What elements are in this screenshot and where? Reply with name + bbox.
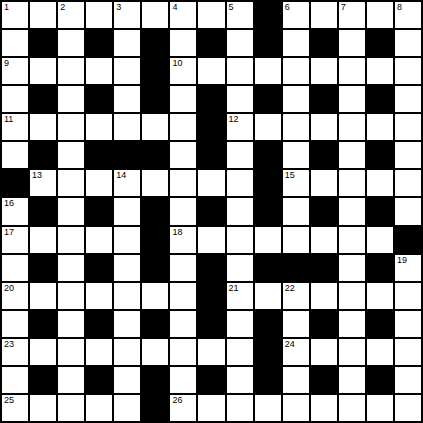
clue-number-20: 20 [4, 283, 14, 294]
white-cell-r9c7[interactable]: 18 [170, 227, 196, 253]
black-cell-r10c12 [311, 255, 337, 281]
white-cell-r9c14[interactable] [367, 227, 393, 253]
white-cell-r6c7[interactable] [170, 142, 196, 168]
white-cell-r13c14[interactable] [367, 339, 393, 365]
white-cell-r13c13[interactable] [339, 339, 365, 365]
black-cell-r10c8 [198, 255, 224, 281]
white-cell-r3c15[interactable] [395, 58, 421, 84]
white-cell-r5c6[interactable] [142, 114, 168, 140]
clue-number-22: 22 [285, 283, 295, 294]
black-cell-r10c6 [142, 255, 168, 281]
white-cell-r9c11[interactable] [283, 227, 309, 253]
white-cell-r3c5[interactable] [114, 58, 140, 84]
white-cell-r3c4[interactable] [86, 58, 112, 84]
clue-number-6: 6 [285, 2, 290, 13]
white-cell-r11c10[interactable] [255, 283, 281, 309]
white-cell-r5c3[interactable] [58, 114, 84, 140]
white-cell-r15c4[interactable] [86, 395, 112, 421]
white-cell-r15c7[interactable]: 26 [170, 395, 196, 421]
white-cell-r1c9[interactable]: 5 [227, 2, 253, 28]
white-cell-r10c13[interactable] [339, 255, 365, 281]
white-cell-r10c7[interactable] [170, 255, 196, 281]
black-cell-r8c2 [30, 198, 56, 224]
white-cell-r1c7[interactable]: 4 [170, 2, 196, 28]
white-cell-r11c15[interactable] [395, 283, 421, 309]
white-cell-r14c5[interactable] [114, 367, 140, 393]
white-cell-r14c3[interactable] [58, 367, 84, 393]
white-cell-r8c9[interactable] [227, 198, 253, 224]
white-cell-r10c5[interactable] [114, 255, 140, 281]
white-cell-r13c8[interactable] [198, 339, 224, 365]
white-cell-r4c15[interactable] [395, 86, 421, 112]
white-cell-r6c1[interactable] [2, 142, 28, 168]
black-cell-r12c12 [311, 311, 337, 337]
white-cell-r6c3[interactable] [58, 142, 84, 168]
clue-number-1: 1 [4, 2, 9, 13]
white-cell-r10c15[interactable]: 19 [395, 255, 421, 281]
white-cell-r5c15[interactable] [395, 114, 421, 140]
white-cell-r4c7[interactable] [170, 86, 196, 112]
clue-number-3: 3 [116, 2, 121, 13]
white-cell-r7c8[interactable] [198, 170, 224, 196]
white-cell-r15c14[interactable] [367, 395, 393, 421]
black-cell-r2c12 [311, 30, 337, 56]
white-cell-r15c5[interactable] [114, 395, 140, 421]
white-cell-r10c9[interactable] [227, 255, 253, 281]
white-cell-r5c7[interactable] [170, 114, 196, 140]
white-cell-r4c3[interactable] [58, 86, 84, 112]
black-cell-r14c10 [255, 367, 281, 393]
white-cell-r14c13[interactable] [339, 367, 365, 393]
white-cell-r5c11[interactable] [283, 114, 309, 140]
black-cell-r14c4 [86, 367, 112, 393]
clue-number-11: 11 [4, 114, 13, 125]
white-cell-r3c11[interactable] [283, 58, 309, 84]
white-cell-r11c4[interactable] [86, 283, 112, 309]
white-cell-r7c14[interactable] [367, 170, 393, 196]
black-cell-r10c4 [86, 255, 112, 281]
white-cell-r6c13[interactable] [339, 142, 365, 168]
white-cell-r15c13[interactable] [339, 395, 365, 421]
white-cell-r5c5[interactable] [114, 114, 140, 140]
white-cell-r13c2[interactable] [30, 339, 56, 365]
clue-number-8: 8 [397, 2, 402, 13]
white-cell-r12c1[interactable] [2, 311, 28, 337]
white-cell-r14c11[interactable] [283, 367, 309, 393]
white-cell-r1c15[interactable]: 8 [395, 2, 421, 28]
white-cell-r9c5[interactable] [114, 227, 140, 253]
black-cell-r4c2 [30, 86, 56, 112]
white-cell-r2c7[interactable] [170, 30, 196, 56]
white-cell-r7c9[interactable] [227, 170, 253, 196]
black-cell-r14c6 [142, 367, 168, 393]
black-cell-r2c8 [198, 30, 224, 56]
white-cell-r4c11[interactable] [283, 86, 309, 112]
black-cell-r6c4 [86, 142, 112, 168]
white-cell-r1c11[interactable]: 6 [283, 2, 309, 28]
black-cell-r3c6 [142, 58, 168, 84]
clue-number-17: 17 [4, 227, 14, 238]
black-cell-r12c8 [198, 311, 224, 337]
black-cell-r10c11 [283, 255, 309, 281]
white-cell-r5c1[interactable]: 11 [2, 114, 28, 140]
black-cell-r7c1 [2, 170, 28, 196]
black-cell-r12c6 [142, 311, 168, 337]
white-cell-r12c15[interactable] [395, 311, 421, 337]
white-cell-r7c2[interactable]: 13 [30, 170, 56, 196]
white-cell-r1c14[interactable] [367, 2, 393, 28]
black-cell-r8c14 [367, 198, 393, 224]
white-cell-r6c15[interactable] [395, 142, 421, 168]
white-cell-r5c2[interactable] [30, 114, 56, 140]
white-cell-r1c1[interactable]: 1 [2, 2, 28, 28]
clue-number-24: 24 [285, 339, 295, 350]
black-cell-r4c6 [142, 86, 168, 112]
white-cell-r15c9[interactable] [227, 395, 253, 421]
white-cell-r2c15[interactable] [395, 30, 421, 56]
white-cell-r7c15[interactable] [395, 170, 421, 196]
white-cell-r13c11[interactable]: 24 [283, 339, 309, 365]
white-cell-r13c6[interactable] [142, 339, 168, 365]
black-cell-r6c6 [142, 142, 168, 168]
black-cell-r2c4 [86, 30, 112, 56]
white-cell-r11c1[interactable]: 20 [2, 283, 28, 309]
clue-number-26: 26 [172, 395, 182, 406]
white-cell-r15c15[interactable] [395, 395, 421, 421]
black-cell-r12c2 [30, 311, 56, 337]
black-cell-r14c12 [311, 367, 337, 393]
black-cell-r8c8 [198, 198, 224, 224]
white-cell-r6c11[interactable] [283, 142, 309, 168]
clue-number-4: 4 [172, 2, 177, 13]
white-cell-r1c2[interactable] [30, 2, 56, 28]
white-cell-r14c9[interactable] [227, 367, 253, 393]
white-cell-r10c3[interactable] [58, 255, 84, 281]
white-cell-r13c5[interactable] [114, 339, 140, 365]
clue-number-25: 25 [4, 395, 14, 406]
white-cell-r9c4[interactable] [86, 227, 112, 253]
clue-number-16: 16 [4, 198, 14, 209]
white-cell-r9c13[interactable] [339, 227, 365, 253]
clue-number-21: 21 [229, 283, 239, 294]
clue-number-14: 14 [116, 170, 126, 181]
black-cell-r10c14 [367, 255, 393, 281]
white-cell-r9c3[interactable] [58, 227, 84, 253]
white-cell-r5c4[interactable] [86, 114, 112, 140]
white-cell-r3c10[interactable] [255, 58, 281, 84]
white-cell-r9c9[interactable] [227, 227, 253, 253]
black-cell-r12c14 [367, 311, 393, 337]
white-cell-r7c13[interactable] [339, 170, 365, 196]
white-cell-r3c8[interactable] [198, 58, 224, 84]
clue-number-23: 23 [4, 339, 14, 350]
white-cell-r11c7[interactable] [170, 283, 196, 309]
black-cell-r5c8 [198, 114, 224, 140]
white-cell-r4c9[interactable] [227, 86, 253, 112]
white-cell-r11c11[interactable]: 22 [283, 283, 309, 309]
black-cell-r4c12 [311, 86, 337, 112]
clue-number-19: 19 [397, 255, 407, 266]
white-cell-r1c5[interactable]: 3 [114, 2, 140, 28]
white-cell-r1c12[interactable] [311, 2, 337, 28]
clue-number-10: 10 [172, 58, 182, 69]
black-cell-r2c10 [255, 30, 281, 56]
white-cell-r3c9[interactable] [227, 58, 253, 84]
white-cell-r7c7[interactable] [170, 170, 196, 196]
black-cell-r8c6 [142, 198, 168, 224]
white-cell-r4c1[interactable] [2, 86, 28, 112]
white-cell-r11c13[interactable] [339, 283, 365, 309]
white-cell-r7c3[interactable] [58, 170, 84, 196]
white-cell-r7c12[interactable] [311, 170, 337, 196]
clue-number-13: 13 [32, 170, 42, 181]
black-cell-r10c10 [255, 255, 281, 281]
black-cell-r14c14 [367, 367, 393, 393]
white-cell-r12c7[interactable] [170, 311, 196, 337]
white-cell-r15c10[interactable] [255, 395, 281, 421]
black-cell-r10c2 [30, 255, 56, 281]
white-cell-r12c13[interactable] [339, 311, 365, 337]
white-cell-r1c4[interactable] [86, 2, 112, 28]
white-cell-r1c13[interactable]: 7 [339, 2, 365, 28]
white-cell-r6c9[interactable] [227, 142, 253, 168]
black-cell-r12c10 [255, 311, 281, 337]
black-cell-r6c12 [311, 142, 337, 168]
black-cell-r9c15 [395, 227, 421, 253]
white-cell-r1c8[interactable] [198, 2, 224, 28]
white-cell-r2c3[interactable] [58, 30, 84, 56]
black-cell-r4c14 [367, 86, 393, 112]
white-cell-r8c7[interactable] [170, 198, 196, 224]
white-cell-r13c7[interactable] [170, 339, 196, 365]
black-cell-r14c2 [30, 367, 56, 393]
white-cell-r9c1[interactable]: 17 [2, 227, 28, 253]
white-cell-r13c9[interactable] [227, 339, 253, 365]
white-cell-r4c13[interactable] [339, 86, 365, 112]
white-cell-r5c13[interactable] [339, 114, 365, 140]
clue-number-7: 7 [341, 2, 346, 13]
white-cell-r3c12[interactable] [311, 58, 337, 84]
white-cell-r2c5[interactable] [114, 30, 140, 56]
black-cell-r2c14 [367, 30, 393, 56]
white-cell-r1c3[interactable]: 2 [58, 2, 84, 28]
white-cell-r3c3[interactable] [58, 58, 84, 84]
clue-number-18: 18 [172, 227, 182, 238]
white-cell-r15c11[interactable] [283, 395, 309, 421]
black-cell-r9c6 [142, 227, 168, 253]
black-cell-r8c10 [255, 198, 281, 224]
white-cell-r12c9[interactable] [227, 311, 253, 337]
white-cell-r11c14[interactable] [367, 283, 393, 309]
white-cell-r8c11[interactable] [283, 198, 309, 224]
black-cell-r11c8 [198, 283, 224, 309]
white-cell-r12c5[interactable] [114, 311, 140, 337]
black-cell-r6c2 [30, 142, 56, 168]
white-cell-r3c14[interactable] [367, 58, 393, 84]
white-cell-r12c3[interactable] [58, 311, 84, 337]
white-cell-r13c1[interactable]: 23 [2, 339, 28, 365]
white-cell-r13c4[interactable] [86, 339, 112, 365]
white-cell-r5c12[interactable] [311, 114, 337, 140]
white-cell-r15c8[interactable] [198, 395, 224, 421]
black-cell-r7c10 [255, 170, 281, 196]
white-cell-r15c12[interactable] [311, 395, 337, 421]
white-cell-r7c11[interactable]: 15 [283, 170, 309, 196]
black-cell-r15c6 [142, 395, 168, 421]
white-cell-r11c3[interactable] [58, 283, 84, 309]
white-cell-r8c1[interactable]: 16 [2, 198, 28, 224]
white-cell-r14c15[interactable] [395, 367, 421, 393]
white-cell-r13c3[interactable] [58, 339, 84, 365]
white-cell-r8c5[interactable] [114, 198, 140, 224]
white-cell-r5c9[interactable]: 12 [227, 114, 253, 140]
white-cell-r2c9[interactable] [227, 30, 253, 56]
clue-number-9: 9 [4, 58, 9, 69]
black-cell-r4c10 [255, 86, 281, 112]
white-cell-r7c6[interactable] [142, 170, 168, 196]
white-cell-r9c10[interactable] [255, 227, 281, 253]
white-cell-r8c13[interactable] [339, 198, 365, 224]
white-cell-r2c11[interactable] [283, 30, 309, 56]
white-cell-r7c5[interactable]: 14 [114, 170, 140, 196]
clue-number-2: 2 [60, 2, 65, 13]
white-cell-r12c11[interactable] [283, 311, 309, 337]
black-cell-r2c2 [30, 30, 56, 56]
clue-number-5: 5 [229, 2, 234, 13]
white-cell-r3c13[interactable] [339, 58, 365, 84]
black-cell-r14c8 [198, 367, 224, 393]
white-cell-r8c15[interactable] [395, 198, 421, 224]
white-cell-r9c12[interactable] [311, 227, 337, 253]
black-cell-r1c10 [255, 2, 281, 28]
white-cell-r2c13[interactable] [339, 30, 365, 56]
white-cell-r11c6[interactable] [142, 283, 168, 309]
white-cell-r14c7[interactable] [170, 367, 196, 393]
crossword-grid: 1234567891011121314151617181920212223242… [0, 0, 423, 423]
white-cell-r3c7[interactable]: 10 [170, 58, 196, 84]
white-cell-r5c14[interactable] [367, 114, 393, 140]
white-cell-r11c2[interactable] [30, 283, 56, 309]
black-cell-r6c5 [114, 142, 140, 168]
white-cell-r11c5[interactable] [114, 283, 140, 309]
white-cell-r11c9[interactable]: 21 [227, 283, 253, 309]
black-cell-r4c4 [86, 86, 112, 112]
white-cell-r11c12[interactable] [311, 283, 337, 309]
white-cell-r9c8[interactable] [198, 227, 224, 253]
black-cell-r8c4 [86, 198, 112, 224]
black-cell-r13c10 [255, 339, 281, 365]
black-cell-r6c8 [198, 142, 224, 168]
white-cell-r1c6[interactable] [142, 2, 168, 28]
black-cell-r4c8 [198, 86, 224, 112]
white-cell-r15c1[interactable]: 25 [2, 395, 28, 421]
clue-number-15: 15 [285, 170, 295, 181]
clue-number-12: 12 [229, 114, 239, 125]
white-cell-r9c2[interactable] [30, 227, 56, 253]
white-cell-r15c3[interactable] [58, 395, 84, 421]
white-cell-r8c3[interactable] [58, 198, 84, 224]
black-cell-r2c6 [142, 30, 168, 56]
white-cell-r4c5[interactable] [114, 86, 140, 112]
white-cell-r10c1[interactable] [2, 255, 28, 281]
white-cell-r3c2[interactable] [30, 58, 56, 84]
black-cell-r8c12 [311, 198, 337, 224]
white-cell-r14c1[interactable] [2, 367, 28, 393]
black-cell-r6c14 [367, 142, 393, 168]
white-cell-r7c4[interactable] [86, 170, 112, 196]
white-cell-r15c2[interactable] [30, 395, 56, 421]
black-cell-r12c4 [86, 311, 112, 337]
white-cell-r13c15[interactable] [395, 339, 421, 365]
white-cell-r3c1[interactable]: 9 [2, 58, 28, 84]
white-cell-r2c1[interactable] [2, 30, 28, 56]
white-cell-r5c10[interactable] [255, 114, 281, 140]
black-cell-r6c10 [255, 142, 281, 168]
white-cell-r13c12[interactable] [311, 339, 337, 365]
